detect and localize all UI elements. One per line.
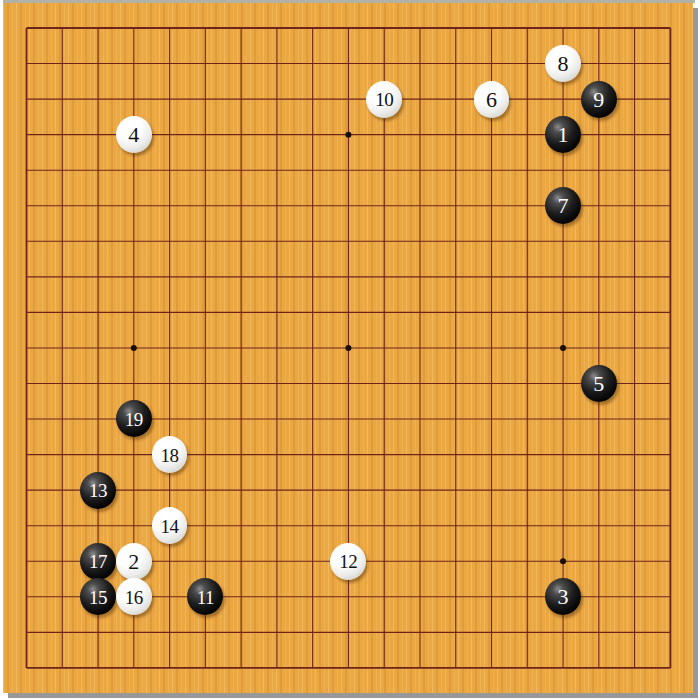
board-intersection bbox=[366, 259, 402, 295]
board-intersection: 8 bbox=[545, 46, 581, 82]
board-intersection bbox=[116, 437, 152, 473]
stone-white-18: 18 bbox=[152, 436, 188, 473]
board-intersection bbox=[617, 472, 653, 508]
board-intersection bbox=[402, 81, 438, 117]
board-intersection bbox=[116, 295, 152, 331]
board-intersection bbox=[187, 10, 223, 46]
board-intersection bbox=[259, 366, 295, 402]
board-intersection bbox=[438, 543, 474, 579]
stone-black-5: 5 bbox=[581, 365, 617, 402]
board-intersection bbox=[80, 650, 116, 686]
board-intersection bbox=[474, 366, 510, 402]
stone-black-3: 3 bbox=[545, 578, 581, 615]
board-intersection bbox=[9, 81, 45, 117]
board-intersection bbox=[581, 472, 617, 508]
board-intersection bbox=[474, 10, 510, 46]
board-intersection bbox=[545, 472, 581, 508]
board-intersection: 10 bbox=[366, 81, 402, 117]
board-intersection bbox=[438, 223, 474, 259]
board-intersection bbox=[438, 259, 474, 295]
board-intersection bbox=[509, 508, 545, 544]
move-number: 19 bbox=[125, 409, 143, 429]
move-number: 2 bbox=[128, 550, 139, 573]
board-intersection bbox=[438, 81, 474, 117]
board-intersection bbox=[330, 366, 366, 402]
board-intersection bbox=[581, 188, 617, 224]
board-intersection bbox=[617, 330, 653, 366]
board-intersection bbox=[509, 366, 545, 402]
board-intersection: 12 bbox=[330, 543, 366, 579]
board-intersection bbox=[509, 46, 545, 82]
board-intersection bbox=[80, 366, 116, 402]
board-intersection bbox=[438, 295, 474, 331]
move-number: 13 bbox=[89, 480, 107, 500]
board-intersection bbox=[44, 81, 80, 117]
board-intersection bbox=[509, 472, 545, 508]
board-intersection bbox=[545, 543, 581, 579]
board-intersection bbox=[295, 330, 331, 366]
board-intersection bbox=[438, 117, 474, 153]
board-intersection bbox=[402, 579, 438, 615]
board-intersection bbox=[366, 437, 402, 473]
board-intersection bbox=[402, 508, 438, 544]
board-intersection bbox=[223, 295, 259, 331]
board-intersection bbox=[330, 330, 366, 366]
board-intersection bbox=[223, 472, 259, 508]
board-intersection bbox=[44, 117, 80, 153]
board-intersection bbox=[152, 223, 188, 259]
board-intersection bbox=[366, 650, 402, 686]
stone-black-15: 15 bbox=[80, 578, 116, 615]
board-intersection bbox=[187, 259, 223, 295]
board-intersection bbox=[295, 46, 331, 82]
board-intersection bbox=[581, 295, 617, 331]
board-intersection bbox=[438, 614, 474, 650]
board-intersection bbox=[366, 188, 402, 224]
board-intersection bbox=[187, 188, 223, 224]
board-intersection bbox=[330, 579, 366, 615]
board-intersection bbox=[617, 46, 653, 82]
board-intersection bbox=[259, 650, 295, 686]
board-intersection bbox=[152, 152, 188, 188]
board-intersection bbox=[259, 543, 295, 579]
board-intersection bbox=[366, 295, 402, 331]
board-intersection bbox=[44, 330, 80, 366]
board-intersection bbox=[116, 259, 152, 295]
board-intersection bbox=[581, 117, 617, 153]
board-intersection: 13 bbox=[80, 472, 116, 508]
board-intersection bbox=[617, 152, 653, 188]
board-intersection: 14 bbox=[152, 508, 188, 544]
board-intersection bbox=[259, 117, 295, 153]
board-intersection: 16 bbox=[116, 579, 152, 615]
board-intersection bbox=[187, 650, 223, 686]
board-intersection bbox=[152, 579, 188, 615]
board-intersection bbox=[366, 152, 402, 188]
board-intersection bbox=[116, 81, 152, 117]
board-intersection bbox=[617, 223, 653, 259]
board-intersection bbox=[617, 10, 653, 46]
board-intersection bbox=[116, 508, 152, 544]
board-intersection bbox=[44, 152, 80, 188]
go-board-diagram: 81069417519181314172121516113 bbox=[0, 0, 700, 700]
board-intersection bbox=[295, 259, 331, 295]
board-intersection bbox=[116, 650, 152, 686]
stone-black-19: 19 bbox=[116, 400, 152, 437]
board-intersection bbox=[44, 259, 80, 295]
board-intersection bbox=[152, 188, 188, 224]
board-intersection bbox=[474, 295, 510, 331]
board-intersection: 3 bbox=[545, 579, 581, 615]
board-intersection bbox=[295, 81, 331, 117]
board-intersection bbox=[652, 295, 688, 331]
board-intersection bbox=[9, 295, 45, 331]
board-intersection bbox=[116, 46, 152, 82]
board-intersection bbox=[187, 614, 223, 650]
board-intersection bbox=[617, 295, 653, 331]
board-intersection bbox=[80, 81, 116, 117]
board-intersection bbox=[330, 46, 366, 82]
board-intersection bbox=[223, 437, 259, 473]
board-intersection bbox=[9, 472, 45, 508]
board-intersection bbox=[545, 650, 581, 686]
board-intersection bbox=[617, 579, 653, 615]
board-intersection bbox=[223, 117, 259, 153]
board-intersection bbox=[545, 401, 581, 437]
board-intersection bbox=[474, 46, 510, 82]
board-intersection bbox=[402, 223, 438, 259]
board-intersection bbox=[366, 223, 402, 259]
board-intersection bbox=[509, 330, 545, 366]
board-intersection bbox=[366, 10, 402, 46]
board-intersection bbox=[9, 579, 45, 615]
board-intersection bbox=[330, 81, 366, 117]
move-number: 11 bbox=[197, 587, 214, 607]
board-intersection bbox=[152, 366, 188, 402]
board-intersection bbox=[80, 330, 116, 366]
board-intersection bbox=[295, 508, 331, 544]
board-intersection bbox=[474, 543, 510, 579]
board-intersection: 18 bbox=[152, 437, 188, 473]
board-intersection bbox=[44, 437, 80, 473]
board-intersection bbox=[652, 614, 688, 650]
board-intersection bbox=[152, 614, 188, 650]
stone-white-12: 12 bbox=[330, 543, 366, 580]
board-intersection bbox=[652, 10, 688, 46]
board-intersection bbox=[223, 188, 259, 224]
board-intersection bbox=[617, 259, 653, 295]
board-intersection bbox=[366, 330, 402, 366]
board-intersection bbox=[116, 330, 152, 366]
board-intersection: 2 bbox=[116, 543, 152, 579]
board-intersection bbox=[581, 152, 617, 188]
stone-white-4: 4 bbox=[116, 116, 152, 153]
board-intersection bbox=[223, 614, 259, 650]
stone-black-7: 7 bbox=[545, 187, 581, 224]
board-intersection bbox=[259, 152, 295, 188]
board-intersection bbox=[581, 330, 617, 366]
board-intersection bbox=[617, 543, 653, 579]
board-intersection bbox=[474, 508, 510, 544]
board-intersection bbox=[259, 614, 295, 650]
board-intersection bbox=[44, 579, 80, 615]
board-intersection bbox=[9, 543, 45, 579]
board-intersection bbox=[581, 650, 617, 686]
board-intersection bbox=[223, 152, 259, 188]
board-intersection bbox=[652, 472, 688, 508]
board-intersection bbox=[509, 259, 545, 295]
board-intersection bbox=[545, 330, 581, 366]
board-intersection bbox=[438, 10, 474, 46]
board-intersection bbox=[259, 259, 295, 295]
board-intersection bbox=[330, 614, 366, 650]
board-intersection bbox=[509, 223, 545, 259]
board-intersection bbox=[545, 223, 581, 259]
board-intersection bbox=[581, 614, 617, 650]
board-intersection bbox=[474, 152, 510, 188]
board-intersection bbox=[9, 188, 45, 224]
board-intersection bbox=[402, 614, 438, 650]
board-intersection bbox=[438, 579, 474, 615]
board-intersection bbox=[474, 614, 510, 650]
board-intersection bbox=[187, 46, 223, 82]
board-intersection bbox=[545, 152, 581, 188]
stone-white-2: 2 bbox=[116, 543, 152, 580]
move-number: 5 bbox=[593, 372, 604, 395]
board-intersection bbox=[9, 330, 45, 366]
board-intersection bbox=[581, 223, 617, 259]
board-intersection bbox=[44, 46, 80, 82]
board-intersection bbox=[80, 508, 116, 544]
board-intersection bbox=[652, 543, 688, 579]
board-intersection bbox=[581, 543, 617, 579]
board-intersection bbox=[9, 614, 45, 650]
board-intersection bbox=[44, 366, 80, 402]
board-intersection bbox=[223, 401, 259, 437]
board-intersection bbox=[581, 46, 617, 82]
board-intersection bbox=[44, 401, 80, 437]
board-intersection bbox=[402, 295, 438, 331]
board-intersection bbox=[617, 188, 653, 224]
board-intersection bbox=[402, 188, 438, 224]
board-intersection bbox=[116, 152, 152, 188]
board-intersection bbox=[438, 508, 474, 544]
stone-black-11: 11 bbox=[187, 578, 223, 615]
board-intersection bbox=[295, 543, 331, 579]
board-intersection bbox=[652, 401, 688, 437]
board-intersection bbox=[80, 188, 116, 224]
stone-black-13: 13 bbox=[80, 472, 116, 509]
board-intersection bbox=[295, 152, 331, 188]
board-intersection bbox=[152, 401, 188, 437]
board-intersection bbox=[509, 295, 545, 331]
board-intersection bbox=[366, 579, 402, 615]
stone-black-1: 1 bbox=[545, 116, 581, 153]
board-intersection bbox=[152, 543, 188, 579]
board-intersection bbox=[330, 223, 366, 259]
board-intersection bbox=[80, 152, 116, 188]
board-intersection bbox=[295, 614, 331, 650]
board-intersection bbox=[152, 330, 188, 366]
board-intersection bbox=[402, 437, 438, 473]
board-intersection bbox=[509, 543, 545, 579]
board-intersection bbox=[617, 401, 653, 437]
board-intersection bbox=[223, 223, 259, 259]
board-intersection bbox=[330, 259, 366, 295]
board-intersection bbox=[259, 46, 295, 82]
board-intersection bbox=[402, 46, 438, 82]
board-intersection bbox=[617, 366, 653, 402]
move-number: 4 bbox=[128, 123, 139, 146]
board-intersection bbox=[295, 437, 331, 473]
board-intersection: 1 bbox=[545, 117, 581, 153]
board-intersection bbox=[295, 401, 331, 437]
move-number: 16 bbox=[125, 587, 143, 607]
board-intersection bbox=[187, 117, 223, 153]
board-intersection bbox=[187, 330, 223, 366]
board-intersection bbox=[330, 10, 366, 46]
board-intersection bbox=[9, 117, 45, 153]
board-intersection: 19 bbox=[116, 401, 152, 437]
board-intersection bbox=[9, 152, 45, 188]
move-number: 6 bbox=[486, 88, 497, 111]
board-intersection bbox=[438, 330, 474, 366]
board-intersection bbox=[330, 188, 366, 224]
board-intersection bbox=[545, 366, 581, 402]
board-intersection bbox=[223, 650, 259, 686]
board-intersection bbox=[187, 401, 223, 437]
board-intersection bbox=[9, 650, 45, 686]
board-intersection bbox=[474, 437, 510, 473]
board-intersection bbox=[187, 543, 223, 579]
board-intersection bbox=[223, 259, 259, 295]
board-intersection: 15 bbox=[80, 579, 116, 615]
board-intersection bbox=[295, 650, 331, 686]
board-intersection bbox=[652, 579, 688, 615]
board-intersection bbox=[152, 259, 188, 295]
board-intersection bbox=[402, 543, 438, 579]
board-intersection bbox=[9, 366, 45, 402]
board-intersection bbox=[366, 401, 402, 437]
move-number: 14 bbox=[161, 516, 179, 536]
board-intersection bbox=[438, 401, 474, 437]
board-intersection bbox=[44, 295, 80, 331]
board-intersection bbox=[259, 579, 295, 615]
board-intersection bbox=[9, 259, 45, 295]
board-intersection bbox=[295, 472, 331, 508]
board-intersection bbox=[152, 46, 188, 82]
board-intersection bbox=[366, 508, 402, 544]
board-intersection bbox=[474, 259, 510, 295]
board-intersection bbox=[116, 614, 152, 650]
board-intersection bbox=[545, 437, 581, 473]
board-intersection bbox=[581, 437, 617, 473]
board-intersection: 6 bbox=[474, 81, 510, 117]
board-intersection bbox=[438, 46, 474, 82]
board-intersection bbox=[44, 223, 80, 259]
board-intersection bbox=[223, 46, 259, 82]
board-intersection: 9 bbox=[581, 81, 617, 117]
board-intersection bbox=[152, 10, 188, 46]
board-intersection bbox=[581, 10, 617, 46]
board-intersection bbox=[330, 117, 366, 153]
board-intersection bbox=[545, 259, 581, 295]
board-intersection bbox=[402, 152, 438, 188]
move-number: 17 bbox=[89, 551, 107, 571]
board-intersection bbox=[402, 259, 438, 295]
board-intersection bbox=[80, 295, 116, 331]
board-intersection bbox=[259, 10, 295, 46]
board-intersection bbox=[581, 259, 617, 295]
board-intersection bbox=[509, 117, 545, 153]
board-intersection bbox=[402, 10, 438, 46]
board-intersection bbox=[509, 81, 545, 117]
board-intersection bbox=[295, 10, 331, 46]
board-intersection bbox=[366, 46, 402, 82]
board-intersection bbox=[152, 650, 188, 686]
board-intersection bbox=[80, 614, 116, 650]
board-intersection bbox=[259, 188, 295, 224]
board-intersection bbox=[652, 46, 688, 82]
board-intersection bbox=[545, 614, 581, 650]
board-intersection bbox=[366, 614, 402, 650]
board-intersection bbox=[9, 10, 45, 46]
board-intersection bbox=[152, 117, 188, 153]
board-intersection bbox=[330, 152, 366, 188]
board-intersection bbox=[80, 46, 116, 82]
board-intersection bbox=[259, 401, 295, 437]
board-intersection bbox=[366, 117, 402, 153]
board-intersection bbox=[44, 508, 80, 544]
board-intersection bbox=[223, 366, 259, 402]
board-intersection bbox=[617, 508, 653, 544]
board-intersection bbox=[295, 223, 331, 259]
board-intersection bbox=[116, 472, 152, 508]
stone-black-9: 9 bbox=[581, 81, 617, 118]
board-intersection bbox=[44, 543, 80, 579]
board-intersection bbox=[366, 366, 402, 402]
board-intersection bbox=[474, 188, 510, 224]
board-intersection bbox=[330, 437, 366, 473]
board-intersection bbox=[438, 188, 474, 224]
board-intersection bbox=[9, 508, 45, 544]
board-intersection bbox=[545, 10, 581, 46]
board-intersection bbox=[474, 579, 510, 615]
board-intersection bbox=[223, 579, 259, 615]
board-intersection bbox=[474, 117, 510, 153]
board-intersection bbox=[80, 117, 116, 153]
stone-white-14: 14 bbox=[152, 507, 188, 544]
board-intersection bbox=[545, 295, 581, 331]
board-intersection bbox=[259, 223, 295, 259]
board-intersection bbox=[223, 81, 259, 117]
board-intersection bbox=[152, 81, 188, 117]
board-intersection bbox=[223, 508, 259, 544]
board-intersection bbox=[295, 117, 331, 153]
board-intersection bbox=[617, 614, 653, 650]
board-intersection bbox=[187, 472, 223, 508]
board-intersection bbox=[80, 259, 116, 295]
board-intersection bbox=[581, 508, 617, 544]
stone-white-6: 6 bbox=[474, 81, 510, 118]
board-intersection bbox=[402, 650, 438, 686]
stone-white-10: 10 bbox=[366, 81, 402, 118]
board-intersection bbox=[438, 472, 474, 508]
board-intersection bbox=[330, 472, 366, 508]
move-number: 8 bbox=[557, 52, 568, 75]
board-intersection bbox=[509, 650, 545, 686]
board-intersection bbox=[223, 10, 259, 46]
